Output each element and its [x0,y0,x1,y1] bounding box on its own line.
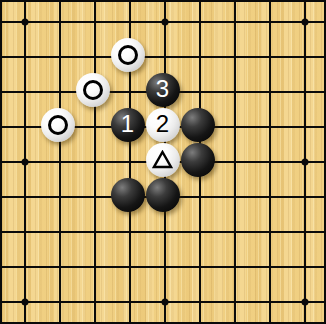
circle-mark-icon [48,115,68,135]
move-number-label: 3 [156,77,169,101]
black-stone-move-3[interactable]: 3 [146,73,180,107]
circle-mark-icon [118,45,138,65]
black-stone-move-1[interactable]: 1 [111,108,145,142]
white-stone-move-2[interactable]: 2 [146,108,180,142]
black-stone[interactable] [146,178,180,212]
white-stone-circle-marked[interactable] [111,38,145,72]
go-board[interactable]: 312 [0,0,326,324]
black-stone[interactable] [181,143,215,177]
move-number-label: 2 [156,112,169,136]
white-stone-circle-marked[interactable] [41,108,75,142]
circle-mark-icon [83,80,103,100]
move-number-label: 1 [121,112,134,136]
white-stone-triangle-marked[interactable] [146,143,180,177]
white-stone-circle-marked[interactable] [76,73,110,107]
triangle-mark-icon [152,150,173,169]
black-stone[interactable] [181,108,215,142]
stones-grid: 312 [5,2,320,317]
black-stone[interactable] [111,178,145,212]
